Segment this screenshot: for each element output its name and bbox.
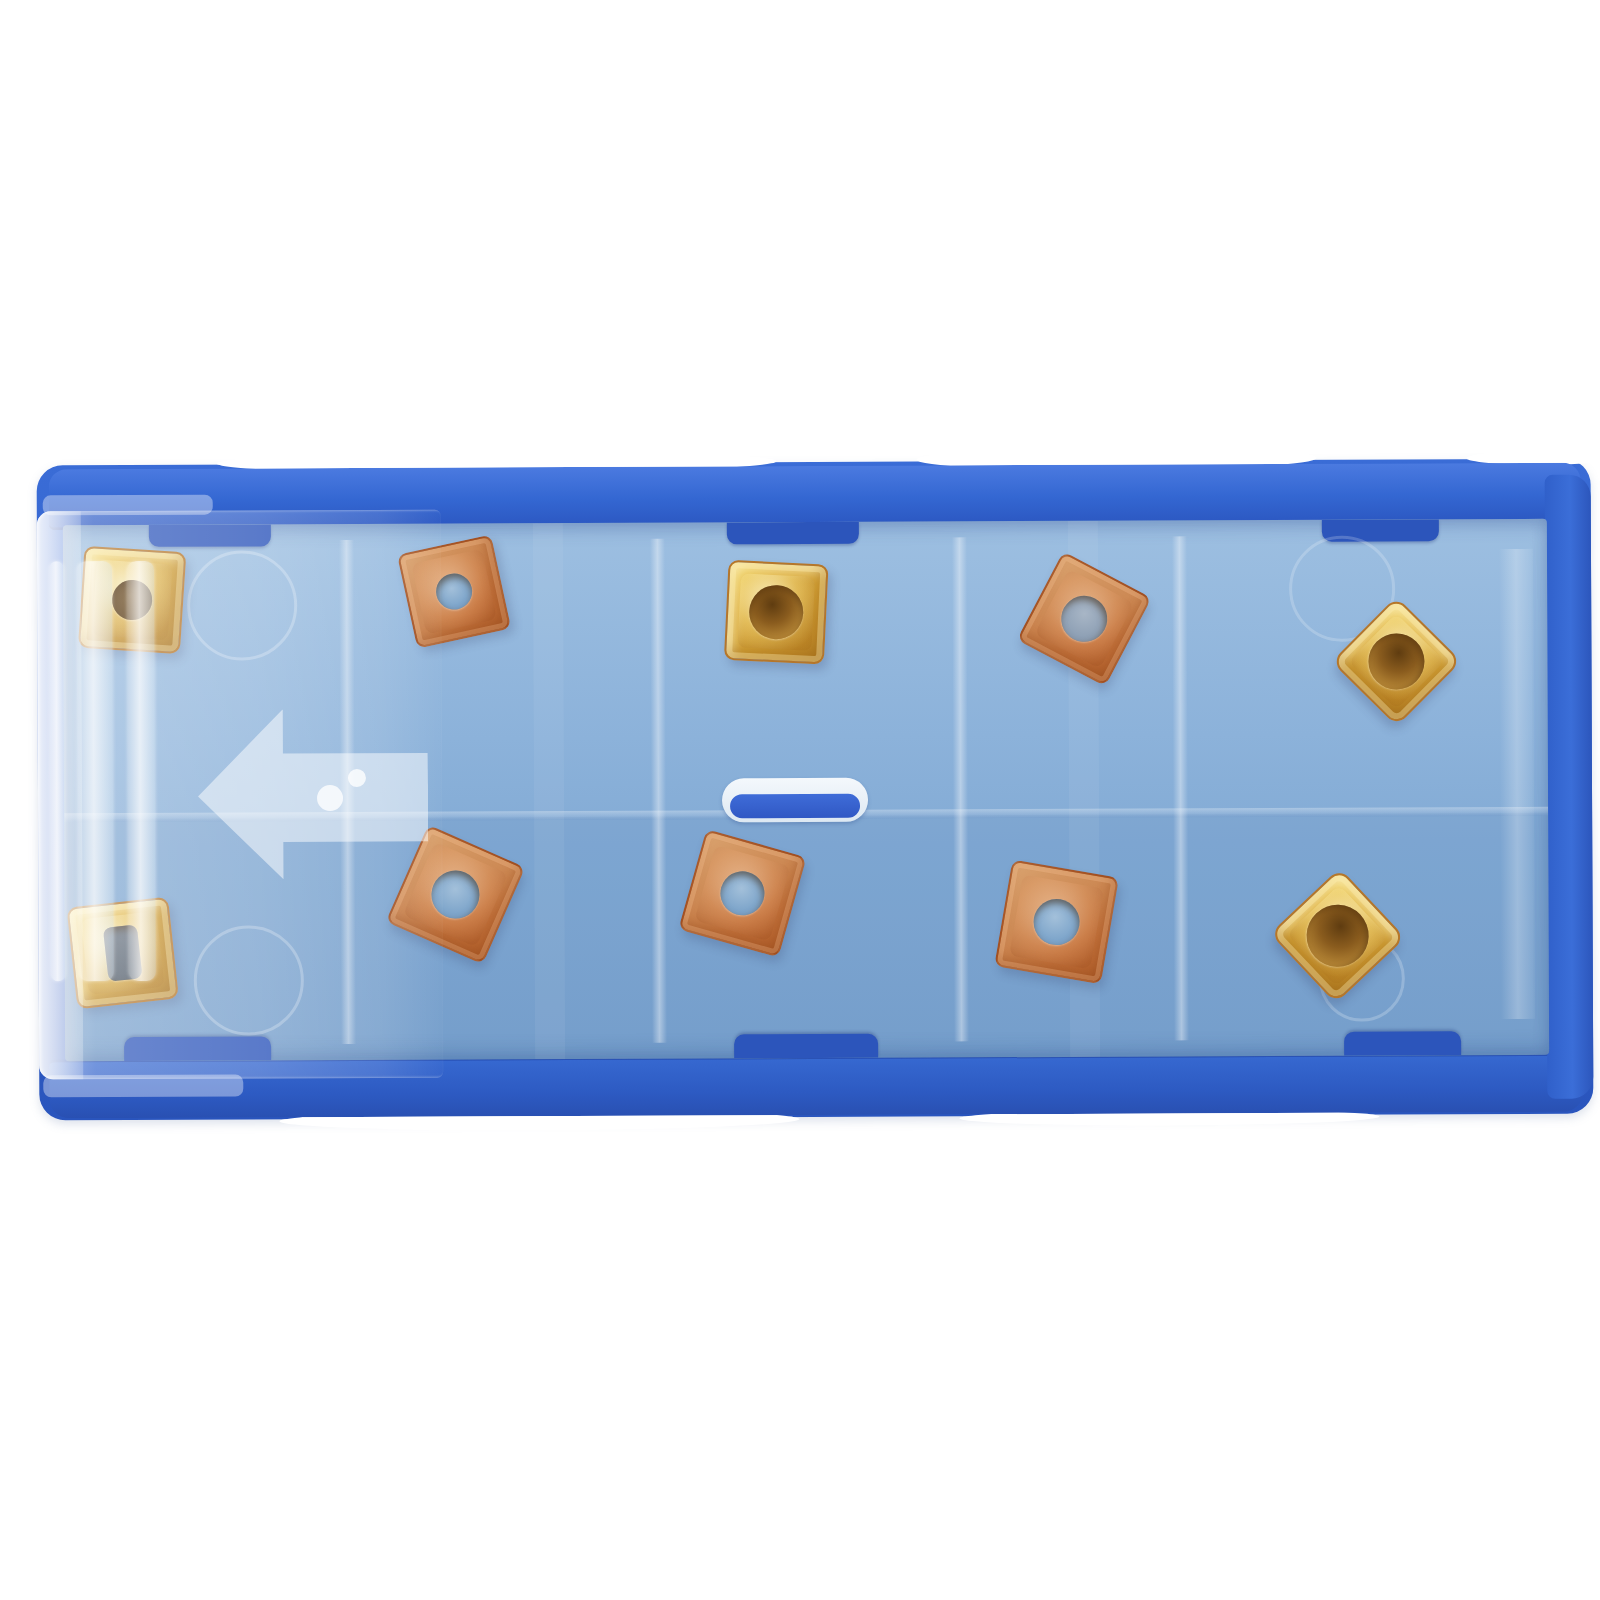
translucent-sliding-lid: [37, 510, 443, 1080]
lid-rail: [49, 561, 66, 981]
slide-direction-arrow-icon: [198, 709, 429, 880]
lid-rail: [127, 561, 156, 981]
insert-3: [724, 560, 829, 665]
insert-8: [678, 829, 806, 957]
insert-4: [1017, 551, 1152, 686]
insert-storage-box: [37, 459, 1594, 1121]
air-bubble: [348, 769, 366, 787]
lid-rail: [77, 561, 114, 981]
lid-corner-overlap: [43, 495, 213, 516]
product-photo: [0, 0, 1600, 1600]
insert-5: [1331, 596, 1461, 726]
insert-5-hole: [1357, 622, 1436, 701]
insert-10-hole: [1294, 892, 1382, 980]
insert-10: [1270, 868, 1406, 1004]
lid-corner-overlap: [43, 1074, 243, 1097]
air-bubble: [317, 785, 343, 811]
insert-9: [994, 860, 1119, 985]
